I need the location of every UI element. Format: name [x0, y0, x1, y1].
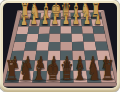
chess-photo-thumbnail[interactable]: ♜♞♝♚♛♝♞♜♟♟♟♟♟♟♟♟♟♟♟♟♟♟♟♟♜♞♝♚♛♝♞♜: [0, 0, 120, 92]
photo-background: ♜♞♝♚♛♝♞♜♟♟♟♟♟♟♟♟♟♟♟♟♟♟♟♟♜♞♝♚♛♝♞♜: [3, 3, 117, 88]
chessboard: [3, 3, 117, 88]
chess-scene: ♜♞♝♚♛♝♞♜♟♟♟♟♟♟♟♟♟♟♟♟♟♟♟♟♜♞♝♚♛♝♞♜: [3, 3, 117, 88]
